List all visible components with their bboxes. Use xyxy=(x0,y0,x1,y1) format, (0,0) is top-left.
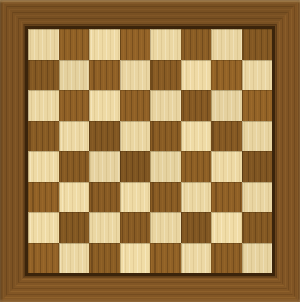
square-g1[interactable] xyxy=(211,243,242,274)
square-e4[interactable] xyxy=(150,151,181,182)
square-a2[interactable] xyxy=(28,212,59,243)
square-f6[interactable] xyxy=(181,90,212,121)
square-c3[interactable] xyxy=(89,182,120,213)
square-f8[interactable] xyxy=(181,29,212,60)
square-b3[interactable] xyxy=(59,182,90,213)
wooden-chessboard xyxy=(0,0,300,302)
square-c5[interactable] xyxy=(89,121,120,152)
square-c8[interactable] xyxy=(89,29,120,60)
board-inlay-border xyxy=(25,26,275,276)
square-c4[interactable] xyxy=(89,151,120,182)
square-a3[interactable] xyxy=(28,182,59,213)
square-a1[interactable] xyxy=(28,243,59,274)
square-g3[interactable] xyxy=(211,182,242,213)
square-c2[interactable] xyxy=(89,212,120,243)
square-h4[interactable] xyxy=(242,151,273,182)
square-g8[interactable] xyxy=(211,29,242,60)
square-d5[interactable] xyxy=(120,121,151,152)
square-a8[interactable] xyxy=(28,29,59,60)
square-d4[interactable] xyxy=(120,151,151,182)
square-b2[interactable] xyxy=(59,212,90,243)
square-h6[interactable] xyxy=(242,90,273,121)
square-a7[interactable] xyxy=(28,60,59,91)
square-c7[interactable] xyxy=(89,60,120,91)
square-d6[interactable] xyxy=(120,90,151,121)
chess-board xyxy=(28,29,272,273)
square-h7[interactable] xyxy=(242,60,273,91)
square-e1[interactable] xyxy=(150,243,181,274)
square-f3[interactable] xyxy=(181,182,212,213)
square-d8[interactable] xyxy=(120,29,151,60)
square-f7[interactable] xyxy=(181,60,212,91)
square-f2[interactable] xyxy=(181,212,212,243)
square-h5[interactable] xyxy=(242,121,273,152)
square-g4[interactable] xyxy=(211,151,242,182)
square-h3[interactable] xyxy=(242,182,273,213)
square-b7[interactable] xyxy=(59,60,90,91)
square-a4[interactable] xyxy=(28,151,59,182)
square-e7[interactable] xyxy=(150,60,181,91)
square-b8[interactable] xyxy=(59,29,90,60)
square-d3[interactable] xyxy=(120,182,151,213)
square-a5[interactable] xyxy=(28,121,59,152)
square-e8[interactable] xyxy=(150,29,181,60)
square-d7[interactable] xyxy=(120,60,151,91)
square-b5[interactable] xyxy=(59,121,90,152)
square-h1[interactable] xyxy=(242,243,273,274)
square-a6[interactable] xyxy=(28,90,59,121)
square-f5[interactable] xyxy=(181,121,212,152)
square-c6[interactable] xyxy=(89,90,120,121)
square-b1[interactable] xyxy=(59,243,90,274)
square-c1[interactable] xyxy=(89,243,120,274)
square-g7[interactable] xyxy=(211,60,242,91)
square-b6[interactable] xyxy=(59,90,90,121)
square-h2[interactable] xyxy=(242,212,273,243)
square-g2[interactable] xyxy=(211,212,242,243)
square-b4[interactable] xyxy=(59,151,90,182)
square-g5[interactable] xyxy=(211,121,242,152)
square-d2[interactable] xyxy=(120,212,151,243)
square-e2[interactable] xyxy=(150,212,181,243)
square-f4[interactable] xyxy=(181,151,212,182)
square-e5[interactable] xyxy=(150,121,181,152)
square-e6[interactable] xyxy=(150,90,181,121)
square-e3[interactable] xyxy=(150,182,181,213)
square-g6[interactable] xyxy=(211,90,242,121)
square-f1[interactable] xyxy=(181,243,212,274)
square-h8[interactable] xyxy=(242,29,273,60)
square-d1[interactable] xyxy=(120,243,151,274)
